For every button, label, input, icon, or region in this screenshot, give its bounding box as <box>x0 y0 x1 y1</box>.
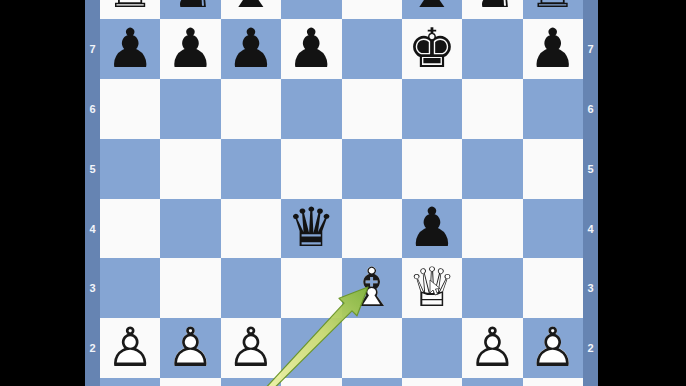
square-h4[interactable] <box>523 199 583 259</box>
square-c2[interactable]: ♟♙ <box>221 318 281 378</box>
rank-label-5: 5 <box>85 161 100 177</box>
piece-white-rook-a1[interactable]: ♜♖ <box>100 378 160 386</box>
piece-black-pawn-a7[interactable]: ♟ <box>100 19 160 79</box>
square-f3[interactable]: ♛♕ <box>402 258 462 318</box>
square-a7[interactable]: ♟ <box>100 19 160 79</box>
square-e8[interactable] <box>342 0 402 19</box>
rank-label-3: 3 <box>583 280 598 296</box>
square-d4[interactable]: ♛ <box>281 199 341 259</box>
square-e4[interactable] <box>342 199 402 259</box>
piece-black-pawn-b7[interactable]: ♟ <box>160 19 220 79</box>
square-e3[interactable]: ♝♗ <box>342 258 402 318</box>
board-squares: ♜♞♝♝♞♜♟♟♟♟♚♟♛♟♝♗♛♕♟♙♟♙♟♙♟♙♟♙♜♖♞♘♜♖♚♔ <box>100 0 583 386</box>
rank-label-2: 2 <box>85 340 100 356</box>
piece-black-queen-d4[interactable]: ♛ <box>281 199 341 259</box>
square-f6[interactable] <box>402 79 462 139</box>
piece-black-pawn-d7[interactable]: ♟ <box>281 19 341 79</box>
square-d5[interactable] <box>281 139 341 199</box>
square-c4[interactable] <box>221 199 281 259</box>
square-d2[interactable] <box>281 318 341 378</box>
square-h2[interactable]: ♟♙ <box>523 318 583 378</box>
rank-label-5: 5 <box>583 161 598 177</box>
square-e6[interactable] <box>342 79 402 139</box>
square-c7[interactable]: ♟ <box>221 19 281 79</box>
square-d1[interactable] <box>281 378 341 386</box>
rank-label-4: 4 <box>583 221 598 237</box>
piece-white-queen-f3[interactable]: ♛♕ <box>402 258 462 318</box>
square-h6[interactable] <box>523 79 583 139</box>
piece-white-pawn-g2[interactable]: ♟♙ <box>462 318 522 378</box>
square-a2[interactable]: ♟♙ <box>100 318 160 378</box>
square-d7[interactable]: ♟ <box>281 19 341 79</box>
square-h5[interactable] <box>523 139 583 199</box>
square-c1[interactable] <box>221 378 281 386</box>
square-g7[interactable] <box>462 19 522 79</box>
square-g1[interactable]: ♚♔ <box>462 378 522 386</box>
square-f7[interactable]: ♚ <box>402 19 462 79</box>
piece-white-pawn-a2[interactable]: ♟♙ <box>100 318 160 378</box>
square-g3[interactable] <box>462 258 522 318</box>
square-h1[interactable] <box>523 378 583 386</box>
square-b7[interactable]: ♟ <box>160 19 220 79</box>
square-d3[interactable] <box>281 258 341 318</box>
square-c5[interactable] <box>221 139 281 199</box>
square-a3[interactable] <box>100 258 160 318</box>
piece-white-pawn-b2[interactable]: ♟♙ <box>160 318 220 378</box>
rank-label-7: 7 <box>85 41 100 57</box>
chess-board: ♜♞♝♝♞♜♟♟♟♟♚♟♛♟♝♗♛♕♟♙♟♙♟♙♟♙♟♙♜♖♞♘♜♖♚♔ 765… <box>85 0 598 386</box>
square-a1[interactable]: ♜♖ <box>100 378 160 386</box>
thumbnail-canvas: ♜♞♝♝♞♜♟♟♟♟♚♟♛♟♝♗♛♕♟♙♟♙♟♙♟♙♟♙♜♖♞♘♜♖♚♔ 765… <box>0 0 686 386</box>
square-g8[interactable]: ♞ <box>462 0 522 19</box>
square-h7[interactable]: ♟ <box>523 19 583 79</box>
square-f1[interactable]: ♜♖ <box>402 378 462 386</box>
square-g2[interactable]: ♟♙ <box>462 318 522 378</box>
rank-label-2: 2 <box>583 340 598 356</box>
square-a6[interactable] <box>100 79 160 139</box>
square-a4[interactable] <box>100 199 160 259</box>
piece-black-king-f7[interactable]: ♚ <box>402 19 462 79</box>
square-e1[interactable] <box>342 378 402 386</box>
square-f5[interactable] <box>402 139 462 199</box>
square-e2[interactable] <box>342 318 402 378</box>
square-g6[interactable] <box>462 79 522 139</box>
square-e7[interactable] <box>342 19 402 79</box>
piece-white-pawn-h2[interactable]: ♟♙ <box>523 318 583 378</box>
square-b1[interactable]: ♞♘ <box>160 378 220 386</box>
square-f2[interactable] <box>402 318 462 378</box>
piece-white-bishop-e3[interactable]: ♝♗ <box>342 258 402 318</box>
square-a5[interactable] <box>100 139 160 199</box>
square-d6[interactable] <box>281 79 341 139</box>
square-f4[interactable]: ♟ <box>402 199 462 259</box>
square-g5[interactable] <box>462 139 522 199</box>
piece-white-knight-b1[interactable]: ♞♘ <box>160 378 220 386</box>
square-e5[interactable] <box>342 139 402 199</box>
piece-black-pawn-f4[interactable]: ♟ <box>402 199 462 259</box>
piece-black-pawn-c7[interactable]: ♟ <box>221 19 281 79</box>
rank-label-3: 3 <box>85 280 100 296</box>
rank-label-6: 6 <box>85 101 100 117</box>
rank-label-7: 7 <box>583 41 598 57</box>
square-h3[interactable] <box>523 258 583 318</box>
square-c6[interactable] <box>221 79 281 139</box>
square-c3[interactable] <box>221 258 281 318</box>
piece-white-king-g1[interactable]: ♚♔ <box>462 378 522 386</box>
rank-label-6: 6 <box>583 101 598 117</box>
square-b6[interactable] <box>160 79 220 139</box>
piece-white-rook-f1[interactable]: ♜♖ <box>402 378 462 386</box>
piece-black-knight-g8[interactable]: ♞ <box>462 0 522 19</box>
piece-white-pawn-c2[interactable]: ♟♙ <box>221 318 281 378</box>
square-b4[interactable] <box>160 199 220 259</box>
piece-black-pawn-h7[interactable]: ♟ <box>523 19 583 79</box>
square-b2[interactable]: ♟♙ <box>160 318 220 378</box>
rank-label-4: 4 <box>85 221 100 237</box>
square-b3[interactable] <box>160 258 220 318</box>
square-b5[interactable] <box>160 139 220 199</box>
square-g4[interactable] <box>462 199 522 259</box>
